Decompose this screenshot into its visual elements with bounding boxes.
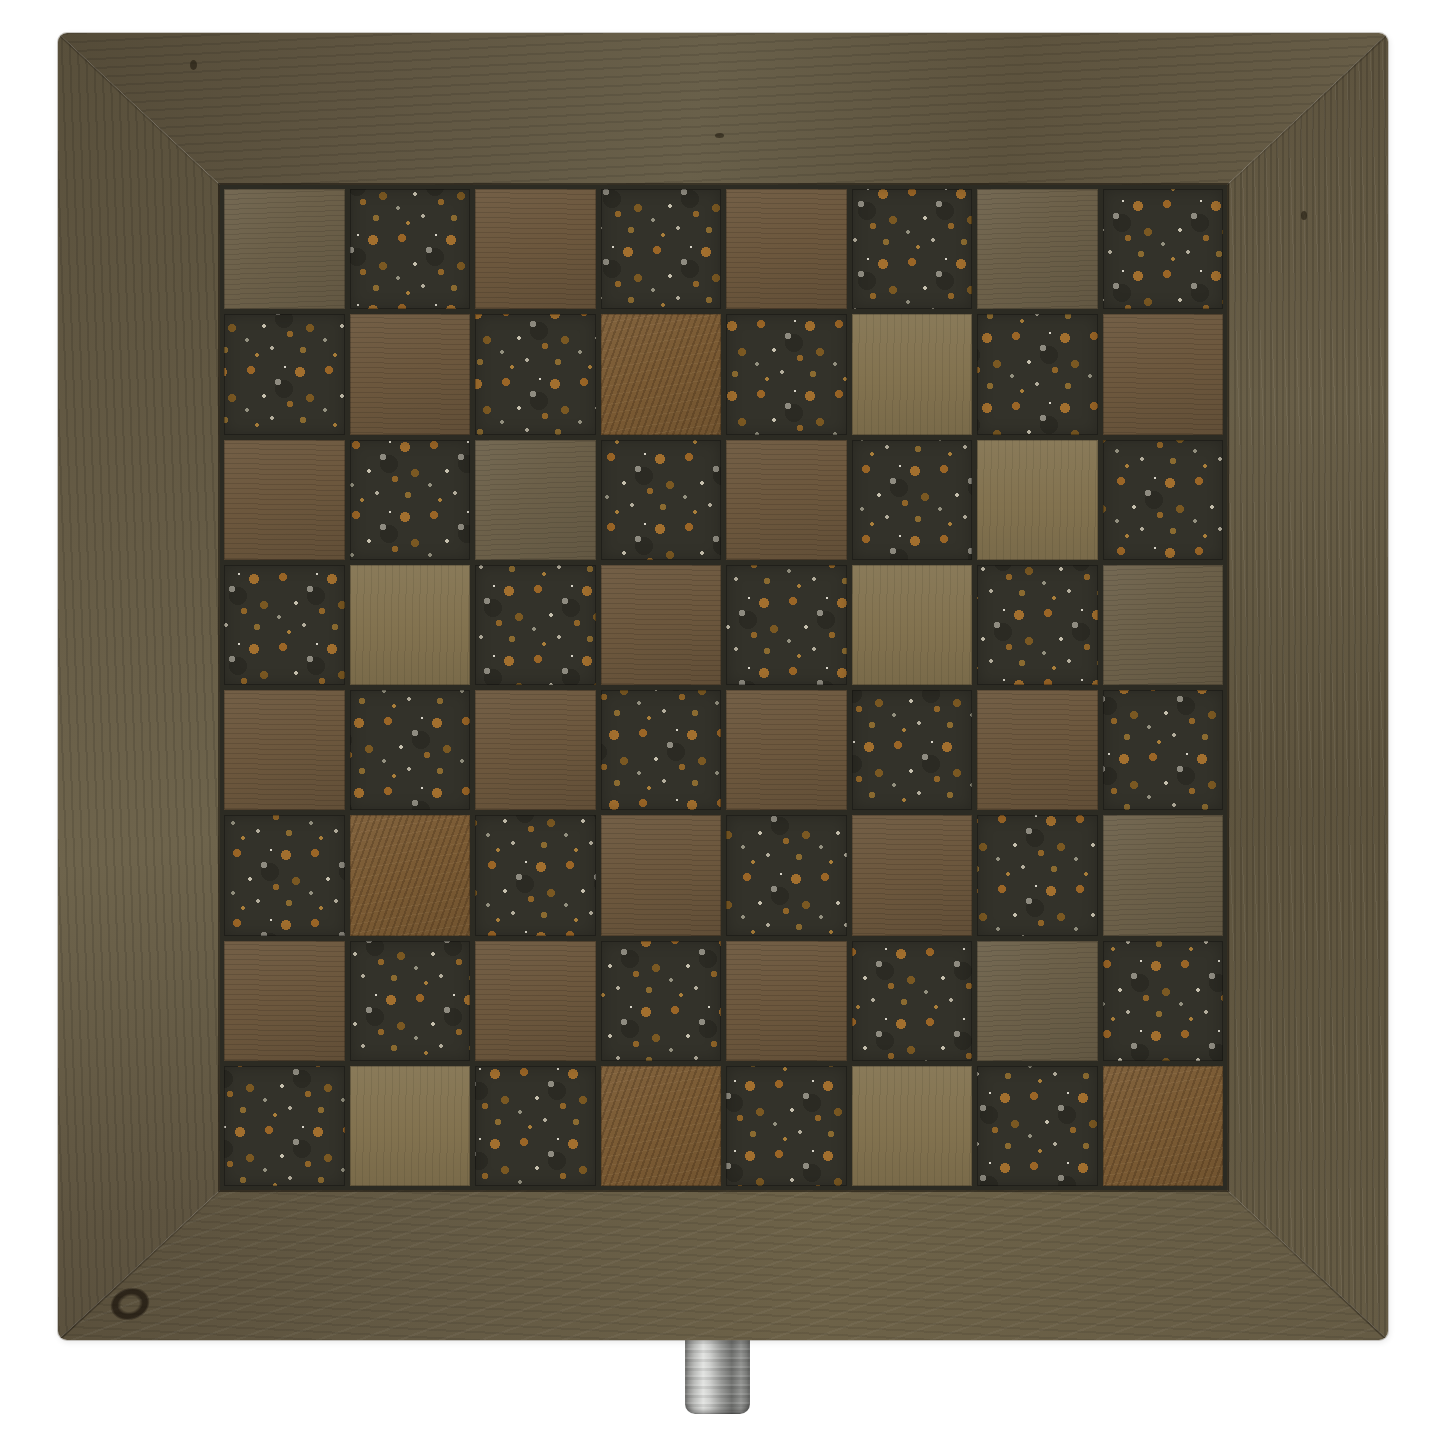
square-e2[interactable] — [726, 941, 847, 1061]
square-d7[interactable] — [601, 314, 722, 434]
square-a2[interactable] — [224, 941, 345, 1061]
square-e8[interactable] — [726, 189, 847, 309]
square-h8[interactable] — [1103, 189, 1224, 309]
square-f3[interactable] — [852, 815, 973, 935]
wood-pore — [1301, 211, 1307, 220]
square-e3[interactable] — [726, 815, 847, 935]
square-b7[interactable] — [350, 314, 471, 434]
square-f2[interactable] — [852, 941, 973, 1061]
square-c6[interactable] — [475, 440, 596, 560]
square-a3[interactable] — [224, 815, 345, 935]
square-h5[interactable] — [1103, 565, 1224, 685]
wood-pore — [190, 60, 197, 70]
square-g6[interactable] — [977, 440, 1098, 560]
square-g7[interactable] — [977, 314, 1098, 434]
square-e7[interactable] — [726, 314, 847, 434]
square-a4[interactable] — [224, 690, 345, 810]
square-h1[interactable] — [1103, 1066, 1224, 1186]
square-a5[interactable] — [224, 565, 345, 685]
square-h2[interactable] — [1103, 941, 1224, 1061]
square-h3[interactable] — [1103, 815, 1224, 935]
square-b2[interactable] — [350, 941, 471, 1061]
square-c5[interactable] — [475, 565, 596, 685]
square-f5[interactable] — [852, 565, 973, 685]
square-d3[interactable] — [601, 815, 722, 935]
square-a7[interactable] — [224, 314, 345, 434]
square-g1[interactable] — [977, 1066, 1098, 1186]
square-g4[interactable] — [977, 690, 1098, 810]
square-e5[interactable] — [726, 565, 847, 685]
square-d2[interactable] — [601, 941, 722, 1061]
square-f4[interactable] — [852, 690, 973, 810]
square-a6[interactable] — [224, 440, 345, 560]
square-b5[interactable] — [350, 565, 471, 685]
square-c4[interactable] — [475, 690, 596, 810]
metal-pivot-pin — [685, 1330, 750, 1414]
square-e6[interactable] — [726, 440, 847, 560]
square-a8[interactable] — [224, 189, 345, 309]
square-d1[interactable] — [601, 1066, 722, 1186]
wood-pore — [715, 133, 724, 138]
square-g5[interactable] — [977, 565, 1098, 685]
square-b8[interactable] — [350, 189, 471, 309]
photo-canvas — [0, 0, 1445, 1445]
square-b1[interactable] — [350, 1066, 471, 1186]
square-c1[interactable] — [475, 1066, 596, 1186]
square-b3[interactable] — [350, 815, 471, 935]
square-c3[interactable] — [475, 815, 596, 935]
square-c7[interactable] — [475, 314, 596, 434]
square-f6[interactable] — [852, 440, 973, 560]
square-h6[interactable] — [1103, 440, 1224, 560]
square-f8[interactable] — [852, 189, 973, 309]
square-c2[interactable] — [475, 941, 596, 1061]
square-g2[interactable] — [977, 941, 1098, 1061]
chessboard-block — [58, 33, 1388, 1340]
square-e4[interactable] — [726, 690, 847, 810]
square-f7[interactable] — [852, 314, 973, 434]
square-e1[interactable] — [726, 1066, 847, 1186]
square-d6[interactable] — [601, 440, 722, 560]
square-d8[interactable] — [601, 189, 722, 309]
square-a1[interactable] — [224, 1066, 345, 1186]
square-f1[interactable] — [852, 1066, 973, 1186]
square-d4[interactable] — [601, 690, 722, 810]
square-b6[interactable] — [350, 440, 471, 560]
square-g3[interactable] — [977, 815, 1098, 935]
square-h7[interactable] — [1103, 314, 1224, 434]
square-b4[interactable] — [350, 690, 471, 810]
board-grid — [220, 185, 1227, 1190]
square-g8[interactable] — [977, 189, 1098, 309]
square-c8[interactable] — [475, 189, 596, 309]
square-h4[interactable] — [1103, 690, 1224, 810]
square-d5[interactable] — [601, 565, 722, 685]
